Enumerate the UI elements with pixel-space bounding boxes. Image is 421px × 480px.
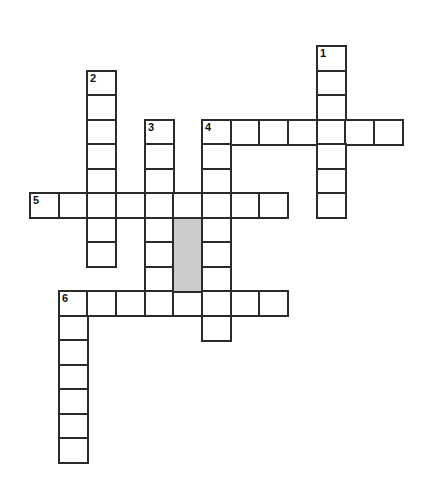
clue-number-4: 4 <box>205 122 211 133</box>
cell-r10c3[interactable] <box>115 290 146 317</box>
cell-r7c4[interactable] <box>144 217 175 244</box>
cell-r8c6[interactable] <box>201 241 232 268</box>
cell-r4c10[interactable] <box>316 143 347 170</box>
cell-r3c2[interactable] <box>86 119 117 146</box>
cell-r6c7[interactable] <box>230 192 261 219</box>
cell-r15c1[interactable] <box>58 413 89 440</box>
cell-r6c10[interactable] <box>316 192 347 219</box>
cell-r4c4[interactable] <box>144 143 175 170</box>
cell-r5c6[interactable] <box>201 168 232 195</box>
cell-r8c2[interactable] <box>86 241 117 268</box>
clue-number-5: 5 <box>33 195 39 206</box>
clue-number-3: 3 <box>148 122 154 133</box>
clue-number-1: 1 <box>320 48 326 59</box>
clue-number-6: 6 <box>62 293 68 304</box>
cell-r5c10[interactable] <box>316 168 347 195</box>
cell-r6c5[interactable] <box>172 192 203 219</box>
cell-r7c2[interactable] <box>86 217 117 244</box>
cell-r3c10[interactable] <box>316 119 347 146</box>
cell-r10c1[interactable]: 6 <box>58 290 89 317</box>
cell-r0c10[interactable]: 1 <box>316 45 347 72</box>
cell-r12c1[interactable] <box>58 339 89 366</box>
cell-r5c2[interactable] <box>86 168 117 195</box>
cell-r6c2[interactable] <box>86 192 117 219</box>
cell-r6c1[interactable] <box>58 192 89 219</box>
page: 123456 <box>0 0 421 480</box>
cell-r14c1[interactable] <box>58 388 89 415</box>
cell-r3c9[interactable] <box>287 119 318 146</box>
clue-number-2: 2 <box>90 73 96 84</box>
cell-r1c10[interactable] <box>316 70 347 97</box>
cell-r9c4[interactable] <box>144 266 175 293</box>
cell-r10c6[interactable] <box>201 290 232 317</box>
cell-r4c6[interactable] <box>201 143 232 170</box>
cell-r8c4[interactable] <box>144 241 175 268</box>
cell-r13c1[interactable] <box>58 364 89 391</box>
crossword-board: 123456 <box>0 0 421 480</box>
cell-r3c12[interactable] <box>373 119 404 146</box>
cell-r5c4[interactable] <box>144 168 175 195</box>
cell-r10c2[interactable] <box>86 290 117 317</box>
cell-r6c3[interactable] <box>115 192 146 219</box>
cell-r1c2[interactable]: 2 <box>86 70 117 97</box>
cell-r2c2[interactable] <box>86 94 117 121</box>
shaded-cells-block[interactable] <box>172 217 203 293</box>
cell-r6c8[interactable] <box>258 192 289 219</box>
cell-r11c6[interactable] <box>201 315 232 342</box>
cell-r6c4[interactable] <box>144 192 175 219</box>
cell-r16c1[interactable] <box>58 437 89 464</box>
cell-r10c4[interactable] <box>144 290 175 317</box>
cell-r2c10[interactable] <box>316 94 347 121</box>
cell-r3c4[interactable]: 3 <box>144 119 175 146</box>
cell-r6c0[interactable]: 5 <box>29 192 60 219</box>
cell-r6c6[interactable] <box>201 192 232 219</box>
cell-r4c2[interactable] <box>86 143 117 170</box>
cell-r9c6[interactable] <box>201 266 232 293</box>
cell-r3c11[interactable] <box>344 119 375 146</box>
cell-r7c6[interactable] <box>201 217 232 244</box>
cell-r11c1[interactable] <box>58 315 89 342</box>
cell-r10c7[interactable] <box>230 290 261 317</box>
cell-r3c6[interactable]: 4 <box>201 119 232 146</box>
cell-r3c8[interactable] <box>258 119 289 146</box>
cell-r3c7[interactable] <box>230 119 261 146</box>
cell-r10c5[interactable] <box>172 290 203 317</box>
cell-r10c8[interactable] <box>258 290 289 317</box>
